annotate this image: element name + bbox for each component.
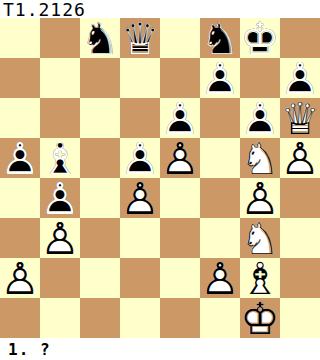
square-e4[interactable] [160,178,200,218]
piece-glyph-outline: ♘ [240,218,280,258]
piece-glyph-fill: ♟ [40,178,80,218]
piece-black-bishop[interactable]: ♝♗ [40,138,80,178]
square-d6[interactable] [120,98,160,138]
square-a3[interactable] [0,218,40,258]
piece-glyph-fill: ♟ [280,58,320,98]
square-h3[interactable] [280,218,320,258]
piece-glyph-outline: ♙ [40,178,80,218]
square-e8[interactable] [160,18,200,58]
square-f4[interactable] [200,178,240,218]
piece-black-pawn[interactable]: ♟♙ [200,58,240,98]
piece-black-pawn[interactable]: ♟♙ [120,138,160,178]
piece-glyph-fill: ♞ [240,218,280,258]
piece-glyph-outline: ♙ [120,178,160,218]
piece-glyph-fill: ♝ [40,138,80,178]
piece-glyph-fill: ♞ [240,138,280,178]
piece-glyph-fill: ♟ [40,218,80,258]
piece-glyph-fill: ♚ [240,18,280,58]
square-a6[interactable] [0,98,40,138]
square-e3[interactable] [160,218,200,258]
square-d1[interactable] [120,298,160,338]
move-prompt: 1. ? [0,338,320,358]
square-a7[interactable] [0,58,40,98]
piece-glyph-outline: ♙ [160,98,200,138]
piece-black-pawn[interactable]: ♟♙ [40,178,80,218]
piece-glyph-outline: ♙ [280,138,320,178]
piece-glyph-fill: ♞ [80,18,120,58]
square-c4[interactable] [80,178,120,218]
piece-white-knight[interactable]: ♞♘ [240,218,280,258]
square-d5[interactable]: ♟♙ [120,138,160,178]
piece-glyph-fill: ♟ [120,178,160,218]
square-h2[interactable] [280,258,320,298]
piece-black-pawn[interactable]: ♟♙ [0,138,40,178]
square-b6[interactable] [40,98,80,138]
piece-glyph-outline: ♙ [240,178,280,218]
square-a2[interactable]: ♟♙ [0,258,40,298]
square-b2[interactable] [40,258,80,298]
piece-glyph-fill: ♟ [240,98,280,138]
piece-glyph-outline: ♕ [120,18,160,58]
piece-glyph-outline: ♙ [120,138,160,178]
piece-white-pawn[interactable]: ♟♙ [40,218,80,258]
piece-black-king[interactable]: ♚♔ [240,18,280,58]
square-c1[interactable] [80,298,120,338]
square-a1[interactable] [0,298,40,338]
square-c3[interactable] [80,218,120,258]
chess-board: ♞♘♛♕♞♘♚♔♟♙♟♙♟♙♟♙♛♕♟♙♝♗♟♙♟♙♞♘♟♙♟♙♟♙♟♙♟♙♞♘… [0,18,320,338]
piece-white-pawn[interactable]: ♟♙ [120,178,160,218]
square-b5[interactable]: ♝♗ [40,138,80,178]
piece-glyph-outline: ♔ [240,298,280,338]
square-d8[interactable]: ♛♕ [120,18,160,58]
square-g5[interactable]: ♞♘ [240,138,280,178]
square-f1[interactable] [200,298,240,338]
piece-glyph-outline: ♙ [240,98,280,138]
square-g3[interactable]: ♞♘ [240,218,280,258]
piece-glyph-fill: ♝ [240,258,280,298]
square-f3[interactable] [200,218,240,258]
piece-white-pawn[interactable]: ♟♙ [0,258,40,298]
square-f8[interactable]: ♞♘ [200,18,240,58]
square-g4[interactable]: ♟♙ [240,178,280,218]
piece-glyph-outline: ♙ [200,258,240,298]
piece-glyph-fill: ♚ [240,298,280,338]
square-b1[interactable] [40,298,80,338]
piece-glyph-outline: ♘ [80,18,120,58]
square-e2[interactable] [160,258,200,298]
square-e1[interactable] [160,298,200,338]
piece-glyph-fill: ♟ [200,58,240,98]
piece-black-knight[interactable]: ♞♘ [80,18,120,58]
piece-glyph-outline: ♙ [200,58,240,98]
piece-black-pawn[interactable]: ♟♙ [160,98,200,138]
square-g8[interactable]: ♚♔ [240,18,280,58]
square-h6[interactable]: ♛♕ [280,98,320,138]
piece-glyph-fill: ♟ [0,258,40,298]
square-c7[interactable] [80,58,120,98]
piece-glyph-fill: ♟ [280,138,320,178]
square-g1[interactable]: ♚♔ [240,298,280,338]
square-b8[interactable] [40,18,80,58]
square-c6[interactable] [80,98,120,138]
square-c2[interactable] [80,258,120,298]
piece-glyph-fill: ♛ [280,98,320,138]
piece-glyph-fill: ♟ [160,138,200,178]
piece-glyph-outline: ♙ [0,258,40,298]
square-h4[interactable] [280,178,320,218]
square-h1[interactable] [280,298,320,338]
piece-white-king[interactable]: ♚♔ [240,298,280,338]
piece-glyph-fill: ♟ [160,98,200,138]
piece-glyph-outline: ♙ [280,58,320,98]
square-b4[interactable]: ♟♙ [40,178,80,218]
puzzle-id: T1.2126 [0,0,320,18]
square-d3[interactable] [120,218,160,258]
piece-glyph-fill: ♟ [0,138,40,178]
square-e7[interactable] [160,58,200,98]
square-a8[interactable] [0,18,40,58]
square-g6[interactable]: ♟♙ [240,98,280,138]
piece-glyph-outline: ♔ [240,18,280,58]
square-b7[interactable] [40,58,80,98]
piece-white-pawn[interactable]: ♟♙ [280,138,320,178]
piece-glyph-fill: ♟ [200,258,240,298]
piece-black-queen[interactable]: ♛♕ [120,18,160,58]
piece-white-queen[interactable]: ♛♕ [280,98,320,138]
piece-white-pawn[interactable]: ♟♙ [240,178,280,218]
piece-glyph-fill: ♟ [120,138,160,178]
piece-glyph-outline: ♙ [40,218,80,258]
piece-white-pawn[interactable]: ♟♙ [160,138,200,178]
square-h5[interactable]: ♟♙ [280,138,320,178]
square-e6[interactable]: ♟♙ [160,98,200,138]
square-d7[interactable] [120,58,160,98]
square-a4[interactable] [0,178,40,218]
square-b3[interactable]: ♟♙ [40,218,80,258]
square-h7[interactable]: ♟♙ [280,58,320,98]
square-c8[interactable]: ♞♘ [80,18,120,58]
piece-glyph-outline: ♙ [160,138,200,178]
square-f5[interactable] [200,138,240,178]
square-g2[interactable]: ♝♗ [240,258,280,298]
piece-glyph-fill: ♞ [200,18,240,58]
piece-white-pawn[interactable]: ♟♙ [200,258,240,298]
square-d2[interactable] [120,258,160,298]
square-f6[interactable] [200,98,240,138]
piece-glyph-outline: ♕ [280,98,320,138]
piece-glyph-outline: ♗ [40,138,80,178]
piece-black-pawn[interactable]: ♟♙ [240,98,280,138]
piece-glyph-outline: ♗ [240,258,280,298]
square-e5[interactable]: ♟♙ [160,138,200,178]
piece-glyph-outline: ♘ [240,138,280,178]
piece-white-bishop[interactable]: ♝♗ [240,258,280,298]
piece-white-knight[interactable]: ♞♘ [240,138,280,178]
square-a5[interactable]: ♟♙ [0,138,40,178]
piece-black-pawn[interactable]: ♟♙ [280,58,320,98]
square-h8[interactable] [280,18,320,58]
square-d4[interactable]: ♟♙ [120,178,160,218]
square-g7[interactable] [240,58,280,98]
piece-glyph-fill: ♟ [240,178,280,218]
square-c5[interactable] [80,138,120,178]
square-f2[interactable]: ♟♙ [200,258,240,298]
piece-glyph-fill: ♛ [120,18,160,58]
piece-black-knight[interactable]: ♞♘ [200,18,240,58]
piece-glyph-outline: ♘ [200,18,240,58]
piece-glyph-outline: ♙ [0,138,40,178]
square-f7[interactable]: ♟♙ [200,58,240,98]
